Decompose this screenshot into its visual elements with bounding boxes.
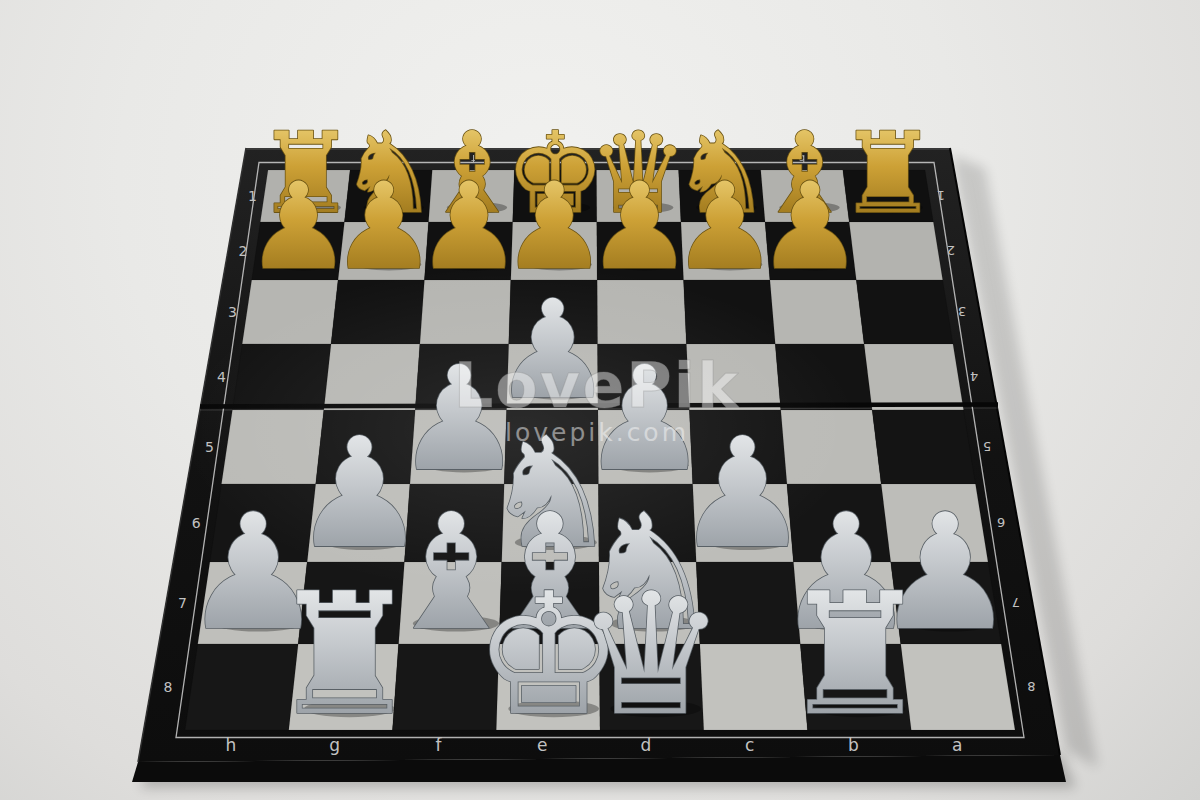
gold-pawn-b2[interactable]: ♟ <box>756 157 864 296</box>
square-a3[interactable] <box>856 280 953 344</box>
rank-label-right-2: 2 <box>947 243 955 258</box>
file-label-bottom-c: c <box>745 735 754 755</box>
silver-rook-b8[interactable]: ♜ <box>780 557 931 753</box>
square-a4[interactable] <box>864 344 963 410</box>
rank-label-left-5: 5 <box>205 439 214 455</box>
rank-label-left-8: 8 <box>164 679 173 695</box>
watermark-title: LovePik <box>454 349 741 422</box>
rank-label-right-1: 1 <box>937 188 945 203</box>
square-a5[interactable] <box>872 410 975 484</box>
file-label-bottom-h: h <box>225 735 236 755</box>
file-label-bottom-a: a <box>952 735 962 755</box>
rank-label-right-3: 3 <box>958 304 966 319</box>
watermark-url: lovepik.com <box>505 418 689 447</box>
rank-label-left-3: 3 <box>228 304 237 320</box>
silver-queen-d8[interactable]: ♛ <box>575 557 726 753</box>
rank-label-right-5: 5 <box>983 439 991 454</box>
rank-label-right-8: 8 <box>1027 679 1035 694</box>
silver-rook-g8[interactable]: ♜ <box>269 557 420 753</box>
rank-label-right-4: 4 <box>970 369 978 384</box>
chess-board-photo: hgfedcbahgfedcba1122334455667788♜♞♝♚♛♞♝♜… <box>0 0 1200 800</box>
chess-photo-scene: hgfedcbahgfedcba1122334455667788♜♞♝♚♛♞♝♜… <box>0 0 1200 800</box>
file-label-bottom-f: f <box>435 735 442 755</box>
rank-label-left-4: 4 <box>217 369 226 385</box>
